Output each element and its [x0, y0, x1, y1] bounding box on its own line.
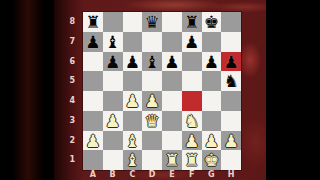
square-c7[interactable]	[123, 32, 143, 52]
piece-white-bishop[interactable]: ♝	[123, 150, 143, 170]
rank-labels: 87654321	[60, 12, 80, 170]
square-e5[interactable]	[162, 71, 182, 91]
piece-black-rook[interactable]: ♜	[182, 12, 202, 32]
square-a4[interactable]	[83, 91, 103, 111]
square-b7[interactable]: ♝	[103, 32, 123, 52]
square-d6[interactable]: ♝	[142, 52, 162, 72]
square-e1[interactable]: ♜	[162, 150, 182, 170]
piece-white-bishop[interactable]: ♝	[123, 131, 143, 151]
square-f8[interactable]: ♜	[182, 12, 202, 32]
square-f5[interactable]	[182, 71, 202, 91]
piece-white-knight[interactable]: ♞	[182, 111, 202, 131]
square-b1[interactable]	[103, 150, 123, 170]
rank-label-6: 6	[60, 52, 80, 72]
square-f1[interactable]: ♜	[182, 150, 202, 170]
square-g1[interactable]: ♚	[202, 150, 222, 170]
square-a1[interactable]	[83, 150, 103, 170]
square-c4[interactable]: ♟	[123, 91, 143, 111]
square-b4[interactable]	[103, 91, 123, 111]
piece-black-pawn[interactable]: ♟	[123, 52, 143, 72]
piece-white-pawn[interactable]: ♟	[142, 91, 162, 111]
square-h4[interactable]	[221, 91, 241, 111]
square-d8[interactable]: ♛	[142, 12, 162, 32]
piece-black-pawn[interactable]: ♟	[162, 52, 182, 72]
file-label-b: B	[103, 169, 123, 180]
rank-label-3: 3	[60, 111, 80, 131]
chess-board[interactable]: ♜♛♜♚♟♝♟♟♟♝♟♟♟♞♟♟♟♛♞♟♝♟♟♟♝♜♜♚	[83, 12, 241, 170]
square-g8[interactable]: ♚	[202, 12, 222, 32]
piece-black-bishop[interactable]: ♝	[142, 52, 162, 72]
square-e3[interactable]	[162, 111, 182, 131]
piece-white-queen[interactable]: ♛	[142, 111, 162, 131]
square-a5[interactable]	[83, 71, 103, 91]
square-d4[interactable]: ♟	[142, 91, 162, 111]
rank-label-7: 7	[60, 32, 80, 52]
square-c1[interactable]: ♝	[123, 150, 143, 170]
file-label-d: D	[142, 169, 162, 180]
square-a7[interactable]: ♟	[83, 32, 103, 52]
piece-black-pawn[interactable]: ♟	[83, 32, 103, 52]
square-e7[interactable]	[162, 32, 182, 52]
square-d5[interactable]	[142, 71, 162, 91]
piece-white-pawn[interactable]: ♟	[202, 131, 222, 151]
piece-black-pawn[interactable]: ♟	[221, 52, 241, 72]
square-d2[interactable]	[142, 131, 162, 151]
piece-black-pawn[interactable]: ♟	[103, 52, 123, 72]
square-d1[interactable]	[142, 150, 162, 170]
piece-black-rook[interactable]: ♜	[83, 12, 103, 32]
square-b3[interactable]: ♟	[103, 111, 123, 131]
rank-label-8: 8	[60, 12, 80, 32]
piece-black-king[interactable]: ♚	[202, 12, 222, 32]
piece-white-pawn[interactable]: ♟	[103, 111, 123, 131]
square-f3[interactable]: ♞	[182, 111, 202, 131]
square-c2[interactable]: ♝	[123, 131, 143, 151]
piece-white-rook[interactable]: ♜	[162, 150, 182, 170]
square-e6[interactable]: ♟	[162, 52, 182, 72]
square-e8[interactable]	[162, 12, 182, 32]
square-f7[interactable]: ♟	[182, 32, 202, 52]
square-e4[interactable]	[162, 91, 182, 111]
square-h3[interactable]	[221, 111, 241, 131]
piece-white-king[interactable]: ♚	[202, 150, 222, 170]
rank-label-1: 1	[60, 150, 80, 170]
square-h6[interactable]: ♟	[221, 52, 241, 72]
square-a2[interactable]: ♟	[83, 131, 103, 151]
file-label-a: A	[83, 169, 103, 180]
square-h8[interactable]	[221, 12, 241, 32]
piece-white-pawn[interactable]: ♟	[83, 131, 103, 151]
piece-black-bishop[interactable]: ♝	[103, 32, 123, 52]
square-g3[interactable]	[202, 111, 222, 131]
file-labels: ABCDEFGH	[83, 169, 241, 180]
rank-label-5: 5	[60, 71, 80, 91]
square-d7[interactable]	[142, 32, 162, 52]
background-red-streak	[12, 0, 44, 180]
piece-black-queen[interactable]: ♛	[142, 12, 162, 32]
square-g2[interactable]: ♟	[202, 131, 222, 151]
square-g7[interactable]	[202, 32, 222, 52]
piece-white-rook[interactable]: ♜	[182, 150, 202, 170]
square-a6[interactable]	[83, 52, 103, 72]
piece-black-pawn[interactable]: ♟	[202, 52, 222, 72]
file-label-f: F	[182, 169, 202, 180]
square-b8[interactable]	[103, 12, 123, 32]
file-label-e: E	[162, 169, 182, 180]
square-a3[interactable]	[83, 111, 103, 131]
square-f4[interactable]	[182, 91, 202, 111]
video-frame: 87654321 ♜♛♜♚♟♝♟♟♟♝♟♟♟♞♟♟♟♛♞♟♝♟♟♟♝♜♜♚ AB…	[0, 0, 320, 180]
square-b5[interactable]	[103, 71, 123, 91]
square-a8[interactable]: ♜	[83, 12, 103, 32]
rank-label-4: 4	[60, 91, 80, 111]
square-g5[interactable]	[202, 71, 222, 91]
square-h5[interactable]: ♞	[221, 71, 241, 91]
square-c8[interactable]	[123, 12, 143, 32]
square-g6[interactable]: ♟	[202, 52, 222, 72]
piece-black-pawn[interactable]: ♟	[182, 32, 202, 52]
rank-label-2: 2	[60, 131, 80, 151]
square-f2[interactable]: ♟	[182, 131, 202, 151]
square-d3[interactable]: ♛	[142, 111, 162, 131]
piece-black-knight[interactable]: ♞	[221, 71, 241, 91]
file-label-h: H	[221, 169, 241, 180]
square-c3[interactable]	[123, 111, 143, 131]
piece-white-pawn[interactable]: ♟	[182, 131, 202, 151]
square-f6[interactable]	[182, 52, 202, 72]
piece-white-pawn[interactable]: ♟	[221, 131, 241, 151]
square-c6[interactable]: ♟	[123, 52, 143, 72]
square-g4[interactable]	[202, 91, 222, 111]
square-h7[interactable]	[221, 32, 241, 52]
square-b2[interactable]	[103, 131, 123, 151]
square-h1[interactable]	[221, 150, 241, 170]
square-c5[interactable]	[123, 71, 143, 91]
file-label-c: C	[123, 169, 143, 180]
file-label-g: G	[202, 169, 222, 180]
square-b6[interactable]: ♟	[103, 52, 123, 72]
square-e2[interactable]	[162, 131, 182, 151]
square-h2[interactable]: ♟	[221, 131, 241, 151]
piece-white-pawn[interactable]: ♟	[123, 91, 143, 111]
